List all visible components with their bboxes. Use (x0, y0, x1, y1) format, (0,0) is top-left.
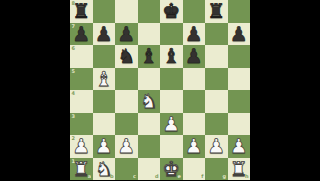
black-pawn-h7[interactable]: ♟ (228, 23, 251, 46)
white-rook-h1[interactable]: ♜ (228, 158, 251, 181)
square-f3[interactable] (183, 113, 206, 136)
black-pawn-f6[interactable]: ♟ (183, 45, 206, 68)
white-pawn-b2[interactable]: ♟ (93, 135, 116, 158)
square-b4[interactable] (93, 90, 116, 113)
square-g3[interactable] (205, 113, 228, 136)
white-knight-d4[interactable]: ♞ (138, 90, 161, 113)
square-e1[interactable]: e♚ (160, 158, 183, 181)
square-c3[interactable] (115, 113, 138, 136)
square-f8[interactable] (183, 0, 206, 23)
square-h1[interactable]: h♜ (228, 158, 251, 181)
square-h3[interactable] (228, 113, 251, 136)
rank-label-5: 5 (72, 69, 75, 74)
black-knight-c6[interactable]: ♞ (115, 45, 138, 68)
rank-label-6: 6 (72, 46, 75, 51)
black-bishop-d6[interactable]: ♝ (138, 45, 161, 68)
square-e6[interactable]: ♝ (160, 45, 183, 68)
square-a4[interactable]: 4 (70, 90, 93, 113)
square-a8[interactable]: 8♜ (70, 0, 93, 23)
square-g7[interactable] (205, 23, 228, 46)
square-h6[interactable] (228, 45, 251, 68)
square-h7[interactable]: ♟ (228, 23, 251, 46)
square-a6[interactable]: 6 (70, 45, 93, 68)
square-f5[interactable] (183, 68, 206, 91)
square-e8[interactable]: ♚ (160, 0, 183, 23)
file-label-d: d (155, 174, 159, 179)
square-d3[interactable] (138, 113, 161, 136)
square-b3[interactable] (93, 113, 116, 136)
square-g5[interactable] (205, 68, 228, 91)
square-d2[interactable] (138, 135, 161, 158)
square-f6[interactable]: ♟ (183, 45, 206, 68)
white-bishop-b5[interactable]: ♝ (93, 68, 116, 91)
chess-board: 8♜♚♜7♟♟♟♟♟6♞♝♝♟5♝4♞3♟2♟♟♟♟♟♟1a♜b♞cde♚fgh… (70, 0, 250, 180)
square-c1[interactable]: c (115, 158, 138, 181)
square-e7[interactable] (160, 23, 183, 46)
square-d6[interactable]: ♝ (138, 45, 161, 68)
square-g1[interactable]: g (205, 158, 228, 181)
square-h4[interactable] (228, 90, 251, 113)
white-pawn-a2[interactable]: ♟ (70, 135, 93, 158)
square-f4[interactable] (183, 90, 206, 113)
square-d1[interactable]: d (138, 158, 161, 181)
square-c7[interactable]: ♟ (115, 23, 138, 46)
white-pawn-f2[interactable]: ♟ (183, 135, 206, 158)
square-e4[interactable] (160, 90, 183, 113)
square-h2[interactable]: ♟ (228, 135, 251, 158)
square-a2[interactable]: 2♟ (70, 135, 93, 158)
square-b5[interactable]: ♝ (93, 68, 116, 91)
white-pawn-g2[interactable]: ♟ (205, 135, 228, 158)
black-pawn-f7[interactable]: ♟ (183, 23, 206, 46)
square-a1[interactable]: 1a♜ (70, 158, 93, 181)
black-bishop-e6[interactable]: ♝ (160, 45, 183, 68)
black-pawn-c7[interactable]: ♟ (115, 23, 138, 46)
white-pawn-e3[interactable]: ♟ (160, 113, 183, 136)
square-b8[interactable] (93, 0, 116, 23)
black-pawn-a7[interactable]: ♟ (70, 23, 93, 46)
black-rook-g8[interactable]: ♜ (205, 0, 228, 23)
file-label-g: g (222, 174, 226, 179)
square-d4[interactable]: ♞ (138, 90, 161, 113)
file-label-f: f (201, 174, 203, 179)
white-pawn-c2[interactable]: ♟ (115, 135, 138, 158)
square-c6[interactable]: ♞ (115, 45, 138, 68)
square-a7[interactable]: 7♟ (70, 23, 93, 46)
square-c2[interactable]: ♟ (115, 135, 138, 158)
black-king-e8[interactable]: ♚ (160, 0, 183, 23)
square-a3[interactable]: 3 (70, 113, 93, 136)
square-f1[interactable]: f (183, 158, 206, 181)
square-e3[interactable]: ♟ (160, 113, 183, 136)
square-d8[interactable] (138, 0, 161, 23)
square-a5[interactable]: 5 (70, 68, 93, 91)
file-label-c: c (133, 174, 136, 179)
square-c8[interactable] (115, 0, 138, 23)
square-d7[interactable] (138, 23, 161, 46)
page-background: 8♜♚♜7♟♟♟♟♟6♞♝♝♟5♝4♞3♟2♟♟♟♟♟♟1a♜b♞cde♚fgh… (0, 0, 320, 180)
white-knight-b1[interactable]: ♞ (93, 158, 116, 181)
square-g8[interactable]: ♜ (205, 0, 228, 23)
square-e2[interactable] (160, 135, 183, 158)
square-b2[interactable]: ♟ (93, 135, 116, 158)
square-b6[interactable] (93, 45, 116, 68)
square-f2[interactable]: ♟ (183, 135, 206, 158)
square-h5[interactable] (228, 68, 251, 91)
white-king-e1[interactable]: ♚ (160, 158, 183, 181)
white-rook-a1[interactable]: ♜ (70, 158, 93, 181)
square-g2[interactable]: ♟ (205, 135, 228, 158)
square-d5[interactable] (138, 68, 161, 91)
rank-label-3: 3 (72, 114, 75, 119)
square-b1[interactable]: b♞ (93, 158, 116, 181)
square-h8[interactable] (228, 0, 251, 23)
square-c4[interactable] (115, 90, 138, 113)
white-pawn-h2[interactable]: ♟ (228, 135, 251, 158)
rank-label-4: 4 (72, 91, 75, 96)
black-pawn-b7[interactable]: ♟ (93, 23, 116, 46)
square-e5[interactable] (160, 68, 183, 91)
square-b7[interactable]: ♟ (93, 23, 116, 46)
square-f7[interactable]: ♟ (183, 23, 206, 46)
square-g4[interactable] (205, 90, 228, 113)
black-rook-a8[interactable]: ♜ (70, 0, 93, 23)
square-g6[interactable] (205, 45, 228, 68)
square-c5[interactable] (115, 68, 138, 91)
